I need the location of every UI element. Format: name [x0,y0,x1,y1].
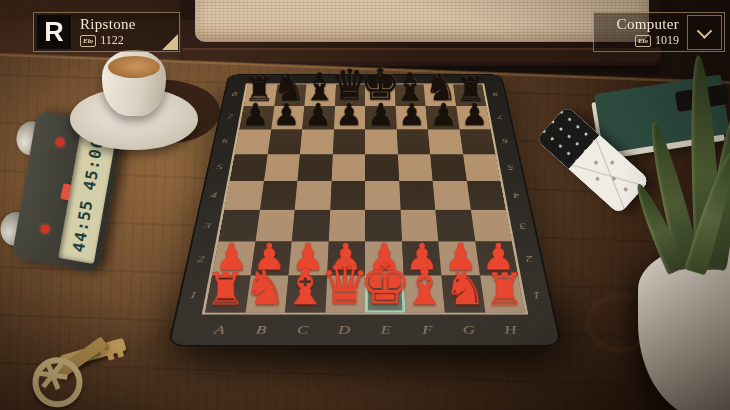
square-e7[interactable]: ♟ [365,106,396,129]
square-e6[interactable] [365,129,398,154]
square-e5[interactable] [365,154,399,181]
square-d7[interactable]: ♟ [334,106,365,129]
bench-cushion [195,0,649,42]
piece-black-pawn[interactable]: ♟ [430,100,457,129]
clock-led [40,224,49,233]
elo-icon: Elo [635,35,651,47]
square-h5[interactable] [463,154,501,181]
white-player-name: Ripstone [80,16,136,33]
file-label-e: E [365,321,407,339]
elo-icon: Elo [80,35,96,47]
bench-wood-rail [183,48,661,62]
square-d1[interactable]: ♛ [325,275,365,312]
rank-label-6: 6 [214,129,235,154]
square-a4[interactable] [224,181,263,210]
clock-led [56,138,65,147]
coffee-surface [108,56,160,78]
ripstone-logo: R [36,14,72,50]
square-b6[interactable] [267,129,302,154]
square-a5[interactable] [230,154,268,181]
piece-red-bishop[interactable]: ♝ [283,264,328,311]
square-e4[interactable] [365,181,400,210]
rank-label-1: 1 [524,277,551,315]
square-c4[interactable] [295,181,332,210]
file-label-h: H [488,321,533,339]
piece-red-bishop[interactable]: ♝ [402,264,447,311]
file-label-a: A [197,321,242,339]
white-player-rating: 1122 [100,34,124,48]
bench [183,0,661,66]
board-grid: ♜♞♝♛♚♝♞♜♟♟♟♟♟♟♟♟♟♟♟♟♟♟♟♟♜♞♝♛♚♝♞♜ [205,85,525,313]
white-time: 44:55 [68,198,96,254]
piece-black-pawn[interactable]: ♟ [336,100,363,129]
piece-red-rook[interactable]: ♜ [485,269,525,311]
square-h6[interactable] [459,129,495,154]
square-g5[interactable] [430,154,466,181]
piece-black-pawn[interactable]: ♟ [398,100,425,129]
chessboard: 87654321 87654321 ABCDEFGH ♜♞♝♛♚♝♞♜♟♟♟♟♟… [170,75,560,345]
square-g4[interactable] [433,181,471,210]
black-player-rating: 1019 [655,34,679,48]
file-label-b: B [239,321,283,339]
square-f4[interactable] [399,181,436,210]
piece-red-knight[interactable]: ♞ [443,265,486,311]
turn-indicator-triangle [162,34,178,50]
rank-label-5: 5 [500,154,522,181]
piece-black-pawn[interactable]: ♟ [304,100,331,129]
player-badge-black: Computer Elo 1019 [593,12,725,52]
rank-label-4: 4 [505,181,528,210]
piece-red-knight[interactable]: ♞ [244,265,287,311]
piece-black-pawn[interactable]: ♟ [367,100,394,129]
square-c1[interactable]: ♝ [285,275,327,312]
square-g1[interactable]: ♞ [441,275,484,312]
rank-label-7: 7 [220,105,240,128]
rank-label-5: 5 [209,154,231,181]
square-g6[interactable] [428,129,463,154]
square-b5[interactable] [264,154,300,181]
square-e1[interactable]: ♚ [365,275,405,312]
square-a7[interactable]: ♟ [239,106,274,129]
square-d4[interactable] [330,181,365,210]
rank-label-6: 6 [495,129,516,154]
rank-label-8: 8 [486,83,505,105]
square-f5[interactable] [398,154,433,181]
file-label-g: G [447,321,491,339]
square-g7[interactable]: ♟ [426,106,460,129]
square-a6[interactable] [235,129,271,154]
file-label-f: F [406,321,449,339]
square-b7[interactable]: ♟ [271,106,305,129]
square-h7[interactable]: ♟ [456,106,491,129]
file-label-c: C [281,321,324,339]
piece-black-pawn[interactable]: ♟ [242,100,269,129]
square-b4[interactable] [260,181,298,210]
board-inner-border: ♜♞♝♛♚♝♞♜♟♟♟♟♟♟♟♟♟♟♟♟♟♟♟♟♜♞♝♛♚♝♞♜ [202,83,528,314]
game-scene: 87654321 87654321 ABCDEFGH ♜♞♝♛♚♝♞♜♟♟♟♟♟… [0,0,730,410]
chevron-down-icon [697,23,713,39]
square-f7[interactable]: ♟ [395,106,427,129]
square-c7[interactable]: ♟ [302,106,334,129]
square-d5[interactable] [331,154,365,181]
file-label-d: D [323,321,365,339]
square-h4[interactable] [466,181,505,210]
keys [4,329,123,410]
piece-black-pawn[interactable]: ♟ [461,100,488,129]
player-badge-white: R Ripstone Elo 1122 [33,12,180,52]
square-f1[interactable]: ♝ [403,275,445,312]
rank-label-7: 7 [490,105,510,128]
file-labels: ABCDEFGH [197,321,533,339]
square-c6[interactable] [300,129,334,154]
square-f6[interactable] [396,129,430,154]
piece-black-pawn[interactable]: ♟ [273,100,300,129]
square-c5[interactable] [297,154,332,181]
black-player-name: Computer [617,16,679,33]
board-frame: 87654321 87654321 ABCDEFGH ♜♞♝♛♚♝♞♜♟♟♟♟♟… [170,75,560,345]
opponent-options-button[interactable] [687,15,722,50]
piece-red-rook[interactable]: ♜ [205,269,245,311]
square-d6[interactable] [332,129,365,154]
square-b1[interactable]: ♞ [245,275,288,312]
